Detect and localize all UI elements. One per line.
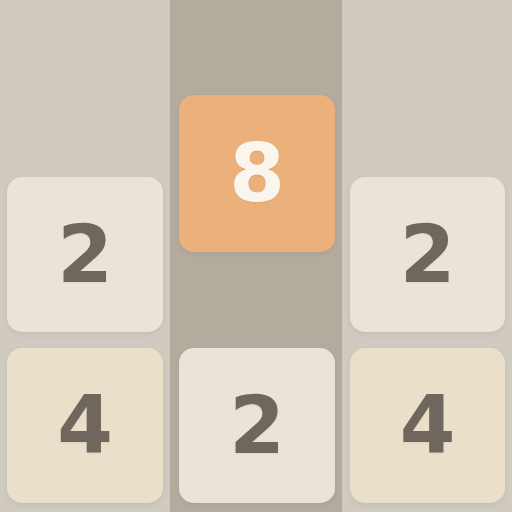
tile-8-value: 8 bbox=[229, 134, 285, 214]
tile-2-bottom-middle: 2 bbox=[179, 348, 335, 503]
tile-2-right: 2 bbox=[350, 177, 505, 332]
2048-board[interactable]: 8 2 2 4 2 4 bbox=[0, 0, 512, 512]
tile-8: 8 bbox=[179, 95, 335, 252]
tile-2-left-value: 2 bbox=[57, 215, 113, 295]
tile-2-bottom-middle-value: 2 bbox=[229, 386, 285, 466]
tile-4-bottom-left: 4 bbox=[7, 348, 163, 503]
tile-4-bottom-right-value: 4 bbox=[400, 386, 456, 466]
tile-2-right-value: 2 bbox=[400, 215, 456, 295]
tile-4-bottom-left-value: 4 bbox=[57, 386, 113, 466]
tile-2-left: 2 bbox=[7, 177, 163, 332]
tile-4-bottom-right: 4 bbox=[350, 348, 505, 503]
